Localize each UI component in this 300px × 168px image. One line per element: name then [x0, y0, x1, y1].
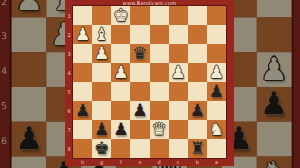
square-e3[interactable]: ♛ — [130, 44, 149, 63]
square-h6: ♟ — [12, 122, 47, 157]
file-label: f — [111, 158, 130, 166]
square-h5 — [12, 87, 47, 122]
square-a1[interactable] — [207, 6, 226, 25]
square-f3[interactable] — [111, 44, 130, 63]
square-d5[interactable] — [150, 82, 169, 101]
square-c2[interactable] — [169, 25, 188, 44]
rank-label: 7 — [0, 157, 12, 168]
white-pawn-piece[interactable]: ♟ — [75, 26, 90, 43]
white-pawn-piece: ♟ — [15, 0, 43, 15]
white-pawn-piece[interactable]: ♟ — [171, 64, 186, 81]
rank-label: 4 — [65, 63, 73, 82]
square-a3 — [257, 17, 292, 52]
rank-label: 2 — [0, 0, 12, 17]
square-g8[interactable]: ♚ — [92, 139, 111, 158]
square-h2: ♟ — [12, 0, 47, 17]
square-b2[interactable] — [188, 25, 207, 44]
square-f8[interactable] — [111, 139, 130, 158]
square-a8[interactable] — [207, 139, 226, 158]
square-d1[interactable] — [150, 6, 169, 25]
rank-label: 2 — [65, 25, 73, 44]
rank-label: 7 — [65, 120, 73, 139]
square-h7[interactable] — [73, 120, 92, 139]
rank-label: 5 — [65, 82, 73, 101]
square-h1[interactable] — [73, 6, 92, 25]
square-f4[interactable]: ♟ — [111, 63, 130, 82]
square-a5: ♟ — [257, 87, 292, 122]
black-rook-piece[interactable]: ♜ — [190, 140, 205, 157]
square-d6[interactable] — [150, 101, 169, 120]
square-h3 — [12, 17, 47, 52]
black-queen-piece[interactable]: ♛ — [132, 45, 147, 62]
black-pawn-piece[interactable]: ♟ — [132, 102, 147, 119]
black-pawn-piece[interactable]: ♟ — [75, 102, 90, 119]
board-grid: ♚♟♝♟♛♟♟♟♟♟♟♟♟♟♛♞♚♜ — [73, 6, 226, 158]
square-c4[interactable]: ♟ — [169, 63, 188, 82]
black-king-piece[interactable]: ♚ — [94, 140, 109, 157]
white-pawn-piece[interactable]: ♟ — [209, 64, 224, 81]
white-queen-piece[interactable]: ♛ — [151, 121, 166, 138]
chess-video-frame: www.Bandicam.com 12345678 hgfedcba ♚♟♝♟♛… — [0, 0, 300, 168]
rank-label: 3 — [65, 44, 73, 63]
white-king-piece[interactable]: ♚ — [113, 7, 128, 24]
square-b6[interactable]: ♟ — [188, 101, 207, 120]
file-labels: hgfedcba — [73, 158, 226, 166]
square-a4[interactable]: ♟ — [207, 63, 226, 82]
black-pawn-piece[interactable]: ♟ — [113, 121, 128, 138]
square-e5[interactable] — [130, 82, 149, 101]
square-e7[interactable] — [130, 120, 149, 139]
square-a2[interactable] — [207, 25, 226, 44]
square-c7[interactable] — [169, 120, 188, 139]
white-knight-piece[interactable]: ♞ — [209, 121, 224, 138]
square-a6 — [257, 122, 292, 157]
rank-labels: 12345678 — [0, 0, 12, 168]
square-d3[interactable] — [150, 44, 169, 63]
rank-label: 4 — [0, 52, 12, 87]
rank-label: 6 — [0, 122, 12, 157]
white-knight-piece: ♞ — [260, 157, 288, 168]
square-h7 — [12, 157, 47, 168]
rank-label: 5 — [0, 87, 12, 122]
square-a3[interactable] — [207, 44, 226, 63]
square-b7[interactable] — [188, 120, 207, 139]
file-label: d — [150, 158, 169, 166]
file-label: g — [92, 158, 111, 166]
black-pawn-piece: ♟ — [260, 88, 288, 119]
file-label: c — [169, 158, 188, 166]
rank-label: 3 — [0, 17, 12, 52]
square-g2[interactable]: ♝ — [92, 25, 111, 44]
square-h5[interactable] — [73, 82, 92, 101]
rank-label: 8 — [65, 139, 73, 158]
square-b1[interactable] — [188, 6, 207, 25]
square-e4[interactable] — [130, 63, 149, 82]
square-g4[interactable] — [92, 63, 111, 82]
square-a5[interactable]: ♟ — [207, 82, 226, 101]
square-a6[interactable] — [207, 101, 226, 120]
square-a7: ♞ — [257, 157, 292, 168]
square-g5[interactable] — [92, 82, 111, 101]
square-e8[interactable] — [130, 139, 149, 158]
white-pawn-piece: ♟ — [260, 53, 288, 84]
square-e6[interactable]: ♟ — [130, 101, 149, 120]
square-c8[interactable] — [169, 139, 188, 158]
file-label: h — [73, 158, 92, 166]
square-f7[interactable]: ♟ — [111, 120, 130, 139]
square-d4[interactable] — [150, 63, 169, 82]
square-g3[interactable]: ♟ — [92, 44, 111, 63]
square-d8[interactable] — [150, 139, 169, 158]
rank-label: 6 — [65, 101, 73, 120]
square-f2[interactable] — [111, 25, 130, 44]
square-a7[interactable]: ♞ — [207, 120, 226, 139]
square-h4[interactable] — [73, 63, 92, 82]
square-d7[interactable]: ♛ — [150, 120, 169, 139]
black-pawn-piece[interactable]: ♟ — [94, 121, 109, 138]
rank-labels: 12345678 — [65, 6, 73, 158]
square-a2 — [257, 0, 292, 17]
square-f5[interactable] — [111, 82, 130, 101]
square-h2[interactable]: ♟ — [73, 25, 92, 44]
white-pawn-piece[interactable]: ♟ — [94, 45, 109, 62]
square-e2[interactable] — [130, 25, 149, 44]
square-e1[interactable] — [130, 6, 149, 25]
square-a4: ♟ — [257, 52, 292, 87]
rank-label: 1 — [65, 6, 73, 25]
file-label: a — [207, 158, 226, 166]
square-h3[interactable] — [73, 44, 92, 63]
square-h6[interactable]: ♟ — [73, 101, 92, 120]
square-g1[interactable] — [92, 6, 111, 25]
square-c6[interactable] — [169, 101, 188, 120]
square-c5[interactable] — [169, 82, 188, 101]
white-pawn-piece[interactable]: ♟ — [113, 64, 128, 81]
square-b8[interactable]: ♜ — [188, 139, 207, 158]
square-b3[interactable] — [188, 44, 207, 63]
square-g7[interactable]: ♟ — [92, 120, 111, 139]
square-h8[interactable] — [73, 139, 92, 158]
square-h4 — [12, 52, 47, 87]
square-d2[interactable] — [150, 25, 169, 44]
square-b5[interactable] — [188, 82, 207, 101]
black-pawn-piece[interactable]: ♟ — [190, 102, 205, 119]
black-pawn-piece[interactable]: ♟ — [209, 83, 224, 100]
square-b4[interactable] — [188, 63, 207, 82]
chess-board: www.Bandicam.com 12345678 hgfedcba ♚♟♝♟♛… — [65, 0, 234, 166]
square-g6[interactable] — [92, 101, 111, 120]
black-pawn-piece: ♟ — [15, 123, 43, 154]
square-c1[interactable] — [169, 6, 188, 25]
white-bishop-piece[interactable]: ♝ — [94, 26, 109, 43]
square-f1[interactable]: ♚ — [111, 6, 130, 25]
square-f6[interactable] — [111, 101, 130, 120]
square-c3[interactable] — [169, 44, 188, 63]
file-label: e — [130, 158, 149, 166]
file-label: b — [188, 158, 207, 166]
